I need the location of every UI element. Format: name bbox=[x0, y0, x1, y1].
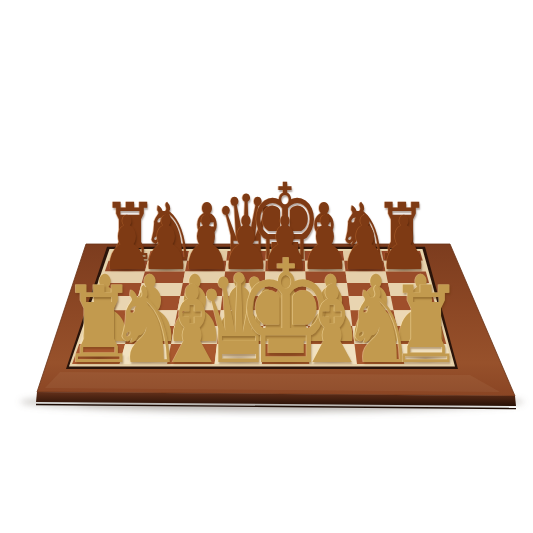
square-d3[interactable] bbox=[219, 310, 264, 326]
square-c5[interactable] bbox=[180, 283, 224, 296]
square-g8[interactable] bbox=[343, 251, 384, 261]
square-f4[interactable] bbox=[307, 296, 351, 310]
square-d8[interactable] bbox=[226, 251, 266, 261]
square-g6[interactable] bbox=[346, 271, 389, 283]
square-b7[interactable] bbox=[145, 261, 187, 272]
square-d2[interactable] bbox=[217, 326, 264, 344]
square-e8[interactable] bbox=[266, 251, 305, 261]
square-e4[interactable] bbox=[264, 296, 307, 310]
square-d7[interactable] bbox=[225, 261, 266, 272]
square-e6[interactable] bbox=[265, 271, 306, 283]
square-f1[interactable] bbox=[309, 344, 357, 364]
square-h4[interactable] bbox=[391, 296, 437, 310]
square-e7[interactable] bbox=[265, 261, 305, 272]
square-a6[interactable] bbox=[101, 271, 145, 283]
square-e5[interactable] bbox=[264, 283, 306, 296]
square-e3[interactable] bbox=[263, 310, 308, 326]
square-a5[interactable] bbox=[96, 283, 142, 296]
square-c6[interactable] bbox=[183, 271, 225, 283]
square-c2[interactable] bbox=[171, 326, 219, 344]
square-g1[interactable] bbox=[355, 344, 405, 364]
square-f2[interactable] bbox=[308, 326, 355, 344]
square-b5[interactable] bbox=[138, 283, 183, 296]
square-b3[interactable] bbox=[130, 310, 178, 326]
square-b2[interactable] bbox=[125, 326, 174, 344]
square-f5[interactable] bbox=[306, 283, 349, 296]
square-g3[interactable] bbox=[350, 310, 396, 326]
square-a4[interactable] bbox=[91, 296, 138, 310]
square-e2[interactable] bbox=[263, 326, 309, 344]
square-c4[interactable] bbox=[178, 296, 223, 310]
square-a3[interactable] bbox=[86, 310, 135, 326]
square-h8[interactable] bbox=[382, 251, 423, 261]
square-h1[interactable] bbox=[400, 344, 452, 364]
square-b4[interactable] bbox=[134, 296, 180, 310]
chess-board bbox=[0, 0, 533, 533]
square-h7[interactable] bbox=[384, 261, 426, 272]
square-f3[interactable] bbox=[307, 310, 352, 326]
square-g5[interactable] bbox=[347, 283, 391, 296]
square-a2[interactable] bbox=[79, 326, 130, 344]
chess-set-photo: ♜♞♝♛♚♝♞♜♟♟♟♟♟♟♟♟♟♟♟♟♟♟♟♟♜♞♝♛♚♝♞♜ bbox=[0, 0, 533, 533]
square-b8[interactable] bbox=[148, 251, 189, 261]
square-g7[interactable] bbox=[344, 261, 386, 272]
square-h3[interactable] bbox=[394, 310, 442, 326]
square-c3[interactable] bbox=[174, 310, 220, 326]
square-h5[interactable] bbox=[388, 283, 433, 296]
square-a1[interactable] bbox=[72, 344, 125, 364]
square-a8[interactable] bbox=[109, 251, 151, 261]
square-e1[interactable] bbox=[262, 344, 310, 364]
square-c7[interactable] bbox=[185, 261, 226, 272]
square-b1[interactable] bbox=[120, 344, 171, 364]
square-c8[interactable] bbox=[187, 251, 227, 261]
square-d4[interactable] bbox=[221, 296, 265, 310]
square-a7[interactable] bbox=[105, 261, 148, 272]
square-d1[interactable] bbox=[215, 344, 263, 364]
square-f6[interactable] bbox=[305, 271, 347, 283]
square-g4[interactable] bbox=[349, 296, 394, 310]
square-c1[interactable] bbox=[167, 344, 217, 364]
square-b6[interactable] bbox=[142, 271, 185, 283]
square-h6[interactable] bbox=[386, 271, 429, 283]
square-f7[interactable] bbox=[305, 261, 346, 272]
square-d6[interactable] bbox=[224, 271, 265, 283]
square-f8[interactable] bbox=[305, 251, 345, 261]
square-h2[interactable] bbox=[397, 326, 447, 344]
square-d5[interactable] bbox=[222, 283, 265, 296]
square-g2[interactable] bbox=[352, 326, 400, 344]
